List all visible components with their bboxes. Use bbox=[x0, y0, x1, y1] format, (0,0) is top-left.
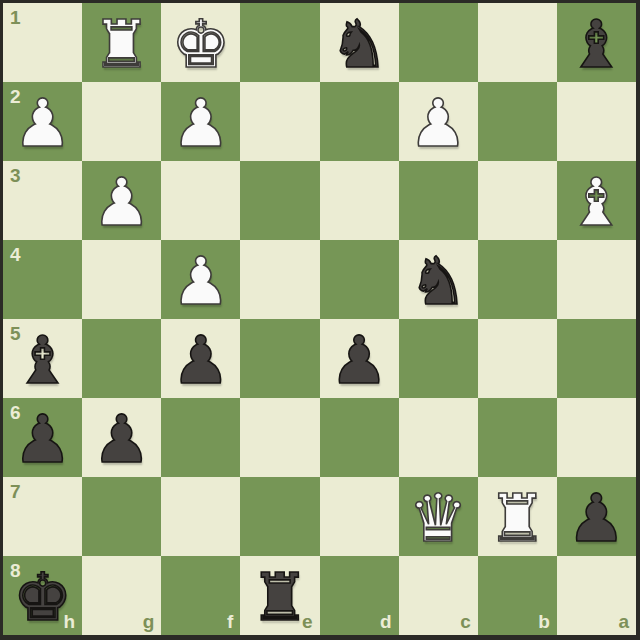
chess-board: 1♜♚♞♝2♟♟♟3♟♝4♟♞5♝♟♟6♟♟7♛♜♟8h♚gfe♜dcba bbox=[3, 3, 636, 635]
square-h2[interactable]: 2♟ bbox=[3, 82, 82, 161]
square-a1[interactable]: ♝ bbox=[557, 3, 636, 82]
piece-black-pawn[interactable]: ♟ bbox=[161, 321, 240, 400]
piece-white-king[interactable]: ♚ bbox=[161, 5, 240, 84]
square-c1[interactable] bbox=[399, 3, 478, 82]
square-a6[interactable] bbox=[557, 398, 636, 477]
square-f7[interactable] bbox=[161, 477, 240, 556]
square-b4[interactable] bbox=[478, 240, 557, 319]
file-label: a bbox=[618, 612, 629, 631]
file-label: b bbox=[538, 612, 550, 631]
piece-white-pawn[interactable]: ♟ bbox=[3, 84, 82, 163]
file-label: d bbox=[380, 612, 392, 631]
square-f5[interactable]: ♟ bbox=[161, 319, 240, 398]
square-g2[interactable] bbox=[82, 82, 161, 161]
square-g1[interactable]: ♜ bbox=[82, 3, 161, 82]
square-h4[interactable]: 4 bbox=[3, 240, 82, 319]
piece-black-pawn[interactable]: ♟ bbox=[3, 400, 82, 479]
square-e6[interactable] bbox=[240, 398, 319, 477]
square-d2[interactable] bbox=[320, 82, 399, 161]
chess-app: 1♜♚♞♝2♟♟♟3♟♝4♟♞5♝♟♟6♟♟7♛♜♟8h♚gfe♜dcba bbox=[0, 0, 640, 640]
square-g3[interactable]: ♟ bbox=[82, 161, 161, 240]
square-a7[interactable]: ♟ bbox=[557, 477, 636, 556]
square-h3[interactable]: 3 bbox=[3, 161, 82, 240]
square-a5[interactable] bbox=[557, 319, 636, 398]
square-e7[interactable] bbox=[240, 477, 319, 556]
piece-black-pawn[interactable]: ♟ bbox=[320, 321, 399, 400]
square-d6[interactable] bbox=[320, 398, 399, 477]
square-h1[interactable]: 1 bbox=[3, 3, 82, 82]
square-c8[interactable]: c bbox=[399, 556, 478, 635]
square-f3[interactable] bbox=[161, 161, 240, 240]
square-c7[interactable]: ♛ bbox=[399, 477, 478, 556]
rank-label: 1 bbox=[10, 8, 21, 27]
piece-white-pawn[interactable]: ♟ bbox=[161, 84, 240, 163]
square-c5[interactable] bbox=[399, 319, 478, 398]
piece-black-knight[interactable]: ♞ bbox=[320, 5, 399, 84]
piece-white-bishop[interactable]: ♝ bbox=[557, 163, 636, 242]
square-c2[interactable]: ♟ bbox=[399, 82, 478, 161]
piece-white-pawn[interactable]: ♟ bbox=[161, 242, 240, 321]
piece-black-rook[interactable]: ♜ bbox=[240, 558, 319, 637]
file-label: f bbox=[227, 612, 233, 631]
square-b3[interactable] bbox=[478, 161, 557, 240]
square-d7[interactable] bbox=[320, 477, 399, 556]
file-label: c bbox=[460, 612, 471, 631]
square-d1[interactable]: ♞ bbox=[320, 3, 399, 82]
square-e2[interactable] bbox=[240, 82, 319, 161]
square-a2[interactable] bbox=[557, 82, 636, 161]
square-e8[interactable]: e♜ bbox=[240, 556, 319, 635]
square-g7[interactable] bbox=[82, 477, 161, 556]
rank-label: 7 bbox=[10, 482, 21, 501]
square-e3[interactable] bbox=[240, 161, 319, 240]
square-d3[interactable] bbox=[320, 161, 399, 240]
square-c4[interactable]: ♞ bbox=[399, 240, 478, 319]
square-h8[interactable]: 8h♚ bbox=[3, 556, 82, 635]
square-c6[interactable] bbox=[399, 398, 478, 477]
square-e5[interactable] bbox=[240, 319, 319, 398]
square-h7[interactable]: 7 bbox=[3, 477, 82, 556]
piece-black-pawn[interactable]: ♟ bbox=[557, 479, 636, 558]
square-a8[interactable]: a bbox=[557, 556, 636, 635]
square-h6[interactable]: 6♟ bbox=[3, 398, 82, 477]
square-d4[interactable] bbox=[320, 240, 399, 319]
square-e4[interactable] bbox=[240, 240, 319, 319]
square-a4[interactable] bbox=[557, 240, 636, 319]
piece-white-queen[interactable]: ♛ bbox=[399, 479, 478, 558]
square-f2[interactable]: ♟ bbox=[161, 82, 240, 161]
square-b5[interactable] bbox=[478, 319, 557, 398]
square-g4[interactable] bbox=[82, 240, 161, 319]
square-a3[interactable]: ♝ bbox=[557, 161, 636, 240]
piece-white-pawn[interactable]: ♟ bbox=[399, 84, 478, 163]
square-b7[interactable]: ♜ bbox=[478, 477, 557, 556]
square-e1[interactable] bbox=[240, 3, 319, 82]
piece-white-rook[interactable]: ♜ bbox=[478, 479, 557, 558]
piece-black-bishop[interactable]: ♝ bbox=[557, 5, 636, 84]
rank-label: 3 bbox=[10, 166, 21, 185]
piece-black-pawn[interactable]: ♟ bbox=[82, 400, 161, 479]
square-f1[interactable]: ♚ bbox=[161, 3, 240, 82]
square-f4[interactable]: ♟ bbox=[161, 240, 240, 319]
piece-black-knight[interactable]: ♞ bbox=[399, 242, 478, 321]
rank-label: 4 bbox=[10, 245, 21, 264]
square-h5[interactable]: 5♝ bbox=[3, 319, 82, 398]
square-c3[interactable] bbox=[399, 161, 478, 240]
square-g6[interactable]: ♟ bbox=[82, 398, 161, 477]
piece-white-rook[interactable]: ♜ bbox=[82, 5, 161, 84]
square-g5[interactable] bbox=[82, 319, 161, 398]
piece-black-bishop[interactable]: ♝ bbox=[3, 321, 82, 400]
square-f6[interactable] bbox=[161, 398, 240, 477]
square-d8[interactable]: d bbox=[320, 556, 399, 635]
file-label: g bbox=[143, 612, 155, 631]
piece-black-king[interactable]: ♚ bbox=[3, 558, 82, 637]
square-b1[interactable] bbox=[478, 3, 557, 82]
piece-white-pawn[interactable]: ♟ bbox=[82, 163, 161, 242]
square-d5[interactable]: ♟ bbox=[320, 319, 399, 398]
square-b6[interactable] bbox=[478, 398, 557, 477]
square-b2[interactable] bbox=[478, 82, 557, 161]
square-b8[interactable]: b bbox=[478, 556, 557, 635]
square-f8[interactable]: f bbox=[161, 556, 240, 635]
square-g8[interactable]: g bbox=[82, 556, 161, 635]
